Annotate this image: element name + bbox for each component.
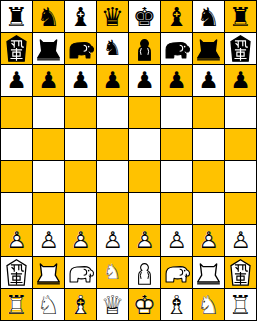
square-g5[interactable] xyxy=(193,161,224,192)
square-a1[interactable]: ♜♖ xyxy=(1,289,32,320)
square-e4[interactable] xyxy=(129,193,160,224)
white-knight: ♞♘ xyxy=(33,289,64,320)
white-rook: ♜♖ xyxy=(225,289,256,320)
white-king: ♚♔ xyxy=(129,289,160,320)
square-e5[interactable] xyxy=(129,161,160,192)
square-g10[interactable]: ♞ xyxy=(193,1,224,32)
black-pawn: ♟ xyxy=(97,65,128,96)
white-elephant xyxy=(65,257,96,288)
square-f10[interactable]: ♝ xyxy=(161,1,192,32)
square-h10[interactable]: ♜ xyxy=(225,1,256,32)
square-c8[interactable]: ♟ xyxy=(65,65,96,96)
white-flying-chariot-tile xyxy=(225,257,256,288)
square-g2[interactable] xyxy=(193,257,224,288)
square-g1[interactable]: ♞♘ xyxy=(193,289,224,320)
white-pawn: ♟♙ xyxy=(129,225,160,256)
square-d10[interactable]: ♛ xyxy=(97,1,128,32)
square-a10[interactable]: ♜ xyxy=(1,1,32,32)
square-g6[interactable] xyxy=(193,129,224,160)
square-c1[interactable]: ♝♗ xyxy=(65,289,96,320)
square-a5[interactable] xyxy=(1,161,32,192)
square-c5[interactable] xyxy=(65,161,96,192)
square-e7[interactable] xyxy=(129,97,160,128)
black-knight: ♞ xyxy=(33,1,64,32)
square-g8[interactable]: ♟ xyxy=(193,65,224,96)
black-pawn: ♟ xyxy=(1,65,32,96)
square-f2[interactable] xyxy=(161,257,192,288)
square-c9[interactable] xyxy=(65,33,96,64)
black-elephant xyxy=(161,33,192,64)
square-d4[interactable] xyxy=(97,193,128,224)
square-e3[interactable]: ♟♙ xyxy=(129,225,160,256)
black-pawn: ♟ xyxy=(225,65,256,96)
black-pawn: ♟ xyxy=(65,65,96,96)
square-f9[interactable] xyxy=(161,33,192,64)
black-pawn: ♟ xyxy=(129,65,160,96)
square-c7[interactable] xyxy=(65,97,96,128)
square-a4[interactable] xyxy=(1,193,32,224)
square-a3[interactable]: ♟♙ xyxy=(1,225,32,256)
square-b5[interactable] xyxy=(33,161,64,192)
square-h2[interactable] xyxy=(225,257,256,288)
black-flying-chariot-tile xyxy=(1,33,32,64)
black-pawn: ♟ xyxy=(193,65,224,96)
white-horse: ♞♘ xyxy=(97,257,128,288)
black-rook: ♜ xyxy=(225,1,256,32)
square-f1[interactable]: ♝♗ xyxy=(161,289,192,320)
square-a7[interactable] xyxy=(1,97,32,128)
square-g3[interactable]: ♟♙ xyxy=(193,225,224,256)
white-pawn: ♟♙ xyxy=(225,225,256,256)
square-d3[interactable]: ♟♙ xyxy=(97,225,128,256)
square-c3[interactable]: ♟♙ xyxy=(65,225,96,256)
square-f4[interactable] xyxy=(161,193,192,224)
square-f3[interactable]: ♟♙ xyxy=(161,225,192,256)
black-bishop: ♝ xyxy=(65,1,96,32)
square-g4[interactable] xyxy=(193,193,224,224)
white-pawn: ♟♙ xyxy=(1,225,32,256)
square-c4[interactable] xyxy=(65,193,96,224)
black-cannon xyxy=(193,33,224,64)
square-g9[interactable] xyxy=(193,33,224,64)
square-e1[interactable]: ♚♔ xyxy=(129,289,160,320)
square-h5[interactable] xyxy=(225,161,256,192)
square-b10[interactable]: ♞ xyxy=(33,1,64,32)
black-rook: ♜ xyxy=(1,1,32,32)
square-f7[interactable] xyxy=(161,97,192,128)
white-cannon xyxy=(33,257,64,288)
square-b7[interactable] xyxy=(33,97,64,128)
black-bishop: ♝ xyxy=(161,1,192,32)
chess-variant-board: ♜♞♝♛♚♝♞♜♞♟♟♟♟♟♟♟♟♟♙♟♙♟♙♟♙♟♙♟♙♟♙♟♙♞♘♜♖♞♘♝… xyxy=(0,0,257,321)
white-elephant xyxy=(161,257,192,288)
square-b9[interactable] xyxy=(33,33,64,64)
black-flying-chariot-tile xyxy=(225,33,256,64)
square-b6[interactable] xyxy=(33,129,64,160)
square-d6[interactable] xyxy=(97,129,128,160)
square-f5[interactable] xyxy=(161,161,192,192)
white-pawn: ♟♙ xyxy=(161,225,192,256)
black-elephant xyxy=(65,33,96,64)
square-h8[interactable]: ♟ xyxy=(225,65,256,96)
square-d9[interactable]: ♞ xyxy=(97,33,128,64)
white-bishop: ♝♗ xyxy=(65,289,96,320)
black-horse: ♞ xyxy=(97,33,128,64)
square-a2[interactable] xyxy=(1,257,32,288)
square-a6[interactable] xyxy=(1,129,32,160)
square-h1[interactable]: ♜♖ xyxy=(225,289,256,320)
square-f8[interactable]: ♟ xyxy=(161,65,192,96)
square-h7[interactable] xyxy=(225,97,256,128)
black-knight: ♞ xyxy=(193,1,224,32)
square-e6[interactable] xyxy=(129,129,160,160)
square-d8[interactable]: ♟ xyxy=(97,65,128,96)
black-king: ♚ xyxy=(129,1,160,32)
square-e10[interactable]: ♚ xyxy=(129,1,160,32)
white-bishop: ♝♗ xyxy=(161,289,192,320)
white-knight: ♞♘ xyxy=(193,289,224,320)
white-pawn: ♟♙ xyxy=(65,225,96,256)
square-a8[interactable]: ♟ xyxy=(1,65,32,96)
square-a9[interactable] xyxy=(1,33,32,64)
black-man xyxy=(129,33,160,64)
black-pawn: ♟ xyxy=(33,65,64,96)
square-b1[interactable]: ♞♘ xyxy=(33,289,64,320)
square-h9[interactable] xyxy=(225,33,256,64)
square-h6[interactable] xyxy=(225,129,256,160)
black-queen: ♛ xyxy=(97,1,128,32)
square-c2[interactable] xyxy=(65,257,96,288)
white-pawn: ♟♙ xyxy=(193,225,224,256)
square-d7[interactable] xyxy=(97,97,128,128)
white-man xyxy=(129,257,160,288)
square-g7[interactable] xyxy=(193,97,224,128)
square-b3[interactable]: ♟♙ xyxy=(33,225,64,256)
white-rook: ♜♖ xyxy=(1,289,32,320)
square-h4[interactable] xyxy=(225,193,256,224)
white-flying-chariot-tile xyxy=(1,257,32,288)
square-c10[interactable]: ♝ xyxy=(65,1,96,32)
square-e8[interactable]: ♟ xyxy=(129,65,160,96)
square-b4[interactable] xyxy=(33,193,64,224)
black-pawn: ♟ xyxy=(161,65,192,96)
white-pawn: ♟♙ xyxy=(97,225,128,256)
square-c6[interactable] xyxy=(65,129,96,160)
white-queen: ♛♕ xyxy=(97,289,128,320)
square-d1[interactable]: ♛♕ xyxy=(97,289,128,320)
white-pawn: ♟♙ xyxy=(33,225,64,256)
square-h3[interactable]: ♟♙ xyxy=(225,225,256,256)
white-cannon xyxy=(193,257,224,288)
black-cannon xyxy=(33,33,64,64)
square-e2[interactable] xyxy=(129,257,160,288)
square-e9[interactable] xyxy=(129,33,160,64)
square-f6[interactable] xyxy=(161,129,192,160)
square-b2[interactable] xyxy=(33,257,64,288)
square-d5[interactable] xyxy=(97,161,128,192)
square-d2[interactable]: ♞♘ xyxy=(97,257,128,288)
square-b8[interactable]: ♟ xyxy=(33,65,64,96)
